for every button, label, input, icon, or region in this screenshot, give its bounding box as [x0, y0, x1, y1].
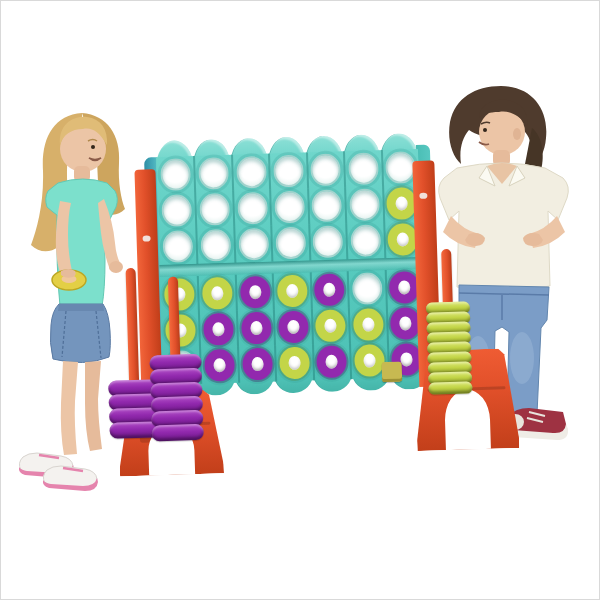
cell-c1-r4[interactable] [160, 276, 199, 313]
cell-c5-r2[interactable] [307, 187, 346, 224]
purple-disc [316, 345, 347, 378]
empty-hole [274, 191, 305, 224]
cell-c3-r3[interactable] [233, 226, 272, 263]
purple-disc [242, 348, 273, 381]
cell-c1-r1[interactable] [156, 156, 195, 193]
empty-hole [198, 157, 229, 190]
empty-hole [236, 156, 267, 189]
purple-disc [203, 313, 234, 346]
yellow-disc [279, 346, 310, 379]
empty-hole [349, 188, 380, 221]
cell-c3-r6[interactable] [237, 346, 276, 383]
cell-c6-r5[interactable] [348, 306, 387, 343]
purple-disc [204, 349, 235, 382]
girl-denim-skirt [50, 304, 110, 363]
base-arch-cutout [444, 389, 491, 452]
board-grid [156, 149, 425, 385]
girl-left-hand [109, 261, 123, 273]
yellow-disc [202, 277, 233, 310]
empty-hole [161, 194, 192, 227]
spare-stack-left-rear-purple[interactable] [149, 354, 204, 442]
empty-hole [275, 227, 306, 260]
release-slider[interactable] [382, 362, 403, 383]
cell-c1-r3[interactable] [158, 228, 197, 265]
girl-left-leg [61, 361, 78, 455]
cell-c5-r6[interactable] [312, 343, 351, 380]
empty-hole [352, 272, 383, 305]
purple-disc [239, 276, 270, 309]
cell-c4-r1[interactable] [268, 152, 307, 189]
purple-disc [241, 312, 272, 345]
yellow-disc [354, 344, 385, 377]
empty-hole [199, 193, 230, 226]
empty-hole [200, 229, 231, 262]
girl-player [3, 103, 155, 498]
purple-spare-disc[interactable] [151, 424, 203, 442]
yellow-disc [277, 275, 308, 308]
girl-right-hand [61, 269, 76, 278]
empty-hole [310, 153, 341, 186]
empty-hole [273, 155, 304, 188]
cell-c2-r3[interactable] [196, 227, 235, 264]
girl-right-leg [85, 361, 102, 451]
cell-c1-r5[interactable] [161, 312, 200, 349]
yellow-disc [353, 308, 384, 341]
cell-c3-r2[interactable] [232, 190, 271, 227]
scene [0, 0, 600, 600]
empty-hole [312, 189, 343, 222]
cell-c4-r6[interactable] [274, 344, 313, 381]
cell-c6-r1[interactable] [343, 150, 382, 187]
empty-hole [162, 230, 193, 263]
empty-hole [350, 224, 381, 257]
cell-c4-r5[interactable] [273, 308, 312, 345]
purple-disc [278, 310, 309, 343]
empty-hole [313, 225, 344, 258]
yellow-disc [315, 309, 346, 342]
cell-c3-r1[interactable] [231, 154, 270, 191]
purple-disc [314, 273, 345, 306]
cell-c2-r5[interactable] [198, 311, 237, 348]
cell-c3-r5[interactable] [236, 310, 275, 347]
right-disc-pole [441, 249, 453, 309]
cell-c6-r3[interactable] [345, 222, 384, 259]
cell-c5-r3[interactable] [308, 223, 347, 260]
cell-c5-r5[interactable] [311, 307, 350, 344]
yellow-spare-disc[interactable] [428, 381, 472, 394]
cell-c6-r4[interactable] [347, 270, 386, 307]
cell-c1-r2[interactable] [157, 192, 196, 229]
cell-c2-r6[interactable] [199, 347, 238, 384]
cell-c2-r1[interactable] [193, 155, 232, 192]
cell-c4-r3[interactable] [271, 224, 310, 261]
cell-c4-r2[interactable] [269, 188, 308, 225]
spare-stack-right-yellow[interactable] [426, 301, 473, 394]
cell-c2-r4[interactable] [197, 275, 236, 312]
empty-hole [160, 158, 191, 191]
cell-c5-r4[interactable] [309, 271, 348, 308]
cell-c5-r1[interactable] [306, 151, 345, 188]
girl-eye [91, 145, 95, 149]
empty-hole [348, 152, 379, 185]
girl-shoe-back [43, 466, 98, 491]
cell-c3-r4[interactable] [235, 274, 274, 311]
empty-hole [237, 192, 268, 225]
cell-c2-r2[interactable] [195, 191, 234, 228]
empty-hole [238, 228, 269, 261]
cell-c4-r4[interactable] [272, 272, 311, 309]
pin [419, 193, 427, 199]
cell-c6-r2[interactable] [344, 186, 383, 223]
